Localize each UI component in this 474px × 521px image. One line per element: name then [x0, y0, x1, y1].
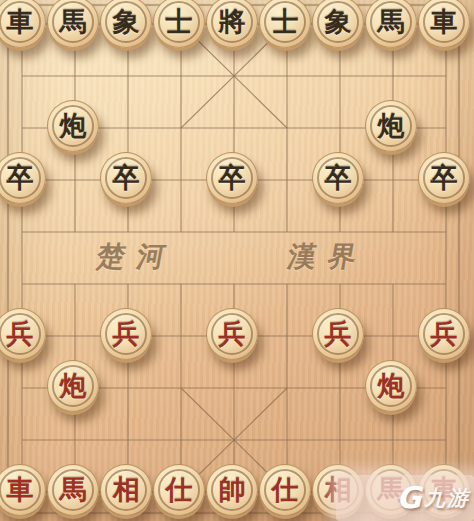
piece-glyph: 馬 [60, 8, 87, 35]
piece-glyph: 馬 [378, 8, 405, 35]
piece-red-advisor[interactable]: 仕 [153, 464, 205, 516]
piece-glyph: 卒 [219, 164, 246, 191]
piece-black-cannon[interactable]: 炮 [365, 100, 417, 152]
piece-glyph: 車 [431, 8, 458, 35]
piece-black-soldier[interactable]: 卒 [418, 152, 470, 204]
piece-glyph: 仕 [166, 476, 193, 503]
jiuyou-logo-icon: G [396, 483, 421, 513]
piece-glyph: 炮 [378, 372, 405, 399]
piece-red-cannon[interactable]: 炮 [47, 360, 99, 412]
piece-glyph: 象 [325, 8, 352, 35]
piece-glyph: 炮 [60, 112, 87, 139]
piece-glyph: 卒 [325, 164, 352, 191]
piece-glyph: 兵 [431, 320, 458, 347]
piece-glyph: 兵 [7, 320, 34, 347]
piece-glyph: 士 [166, 8, 193, 35]
piece-black-cannon[interactable]: 炮 [47, 100, 99, 152]
piece-red-horse[interactable]: 馬 [47, 464, 99, 516]
piece-glyph: 車 [7, 8, 34, 35]
piece-black-advisor[interactable]: 士 [259, 0, 311, 48]
piece-glyph: 象 [113, 8, 140, 35]
piece-red-advisor[interactable]: 仕 [259, 464, 311, 516]
piece-red-soldier[interactable]: 兵 [418, 308, 470, 360]
xiangqi-board: 楚河 漢界 車馬象士將士象馬車炮炮卒卒卒卒卒兵兵兵兵兵炮炮車馬相仕帥仕相馬車 G… [0, 0, 474, 521]
piece-red-chariot[interactable]: 車 [0, 464, 46, 516]
piece-glyph: 相 [113, 476, 140, 503]
piece-glyph: 兵 [325, 320, 352, 347]
piece-black-elephant[interactable]: 象 [312, 0, 364, 48]
piece-glyph: 士 [272, 8, 299, 35]
piece-glyph: 卒 [431, 164, 458, 191]
piece-glyph: 兵 [219, 320, 246, 347]
piece-glyph: 炮 [60, 372, 87, 399]
piece-black-soldier[interactable]: 卒 [206, 152, 258, 204]
piece-black-soldier[interactable]: 卒 [0, 152, 46, 204]
piece-red-soldier[interactable]: 兵 [312, 308, 364, 360]
piece-black-chariot[interactable]: 車 [0, 0, 46, 48]
piece-glyph: 帥 [219, 476, 246, 503]
piece-black-elephant[interactable]: 象 [100, 0, 152, 48]
piece-red-soldier[interactable]: 兵 [206, 308, 258, 360]
watermark: G 九游 [336, 475, 474, 521]
piece-black-soldier[interactable]: 卒 [312, 152, 364, 204]
piece-glyph: 馬 [60, 476, 87, 503]
pieces-layer: 車馬象士將士象馬車炮炮卒卒卒卒卒兵兵兵兵兵炮炮車馬相仕帥仕相馬車 [0, 0, 474, 521]
piece-black-chariot[interactable]: 車 [418, 0, 470, 48]
piece-red-cannon[interactable]: 炮 [365, 360, 417, 412]
piece-black-soldier[interactable]: 卒 [100, 152, 152, 204]
piece-red-elephant[interactable]: 相 [100, 464, 152, 516]
piece-black-horse[interactable]: 馬 [47, 0, 99, 48]
piece-black-horse[interactable]: 馬 [365, 0, 417, 48]
piece-glyph: 卒 [113, 164, 140, 191]
piece-glyph: 仕 [272, 476, 299, 503]
piece-red-general[interactable]: 帥 [206, 464, 258, 516]
piece-glyph: 車 [7, 476, 34, 503]
piece-glyph: 將 [219, 8, 246, 35]
piece-glyph: 炮 [378, 112, 405, 139]
piece-black-general[interactable]: 將 [206, 0, 258, 48]
piece-glyph: 卒 [7, 164, 34, 191]
piece-red-soldier[interactable]: 兵 [100, 308, 152, 360]
piece-glyph: 兵 [113, 320, 140, 347]
watermark-text: 九游 [424, 488, 470, 509]
piece-black-advisor[interactable]: 士 [153, 0, 205, 48]
piece-red-soldier[interactable]: 兵 [0, 308, 46, 360]
